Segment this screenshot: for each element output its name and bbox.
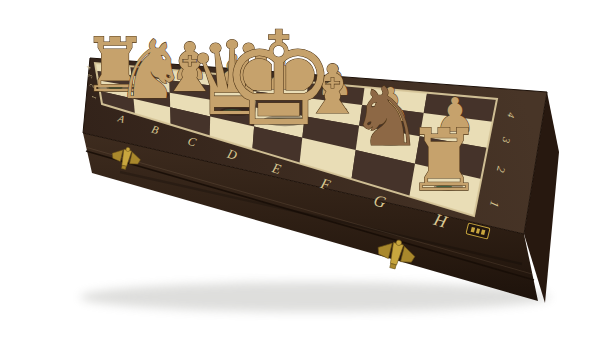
piece-white-king-e2: ♚	[221, 4, 337, 155]
chess-box-product-photo: ABCDEFGH12341234♟♟♟♜♝♟♞♝♛♟♚♟♞♜	[0, 0, 600, 360]
piece-white-knight-b2: ♞	[115, 23, 188, 117]
chess-box-scene: ABCDEFGH12341234♟♟♟♜♝♟♞♝♛♟♚♟♞♜	[0, 0, 600, 360]
king-glyph: ♚	[221, 4, 337, 155]
knight-glyph: ♞	[115, 23, 188, 117]
floor-shadow	[80, 282, 550, 312]
piece-white-rook-h1: ♜	[406, 111, 483, 210]
rook-glyph: ♜	[406, 111, 483, 210]
